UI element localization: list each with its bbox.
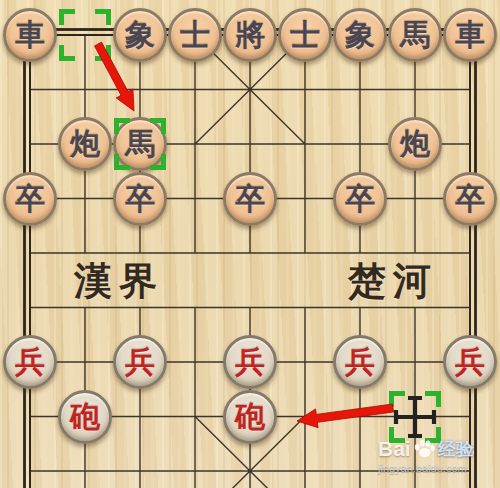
piece-glyph: 車 bbox=[455, 20, 485, 50]
piece-black-advisor-left[interactable]: 士 bbox=[168, 8, 222, 62]
xiangqi-board: 漢界 楚河 車象士將士象馬車炮馬炮卒卒卒卒卒兵兵兵兵兵砲砲 Bai 经验 bbox=[0, 0, 500, 488]
piece-black-soldier-4[interactable]: 卒 bbox=[333, 172, 387, 226]
piece-black-elephant-left[interactable]: 象 bbox=[113, 8, 167, 62]
piece-black-horse-left-moved[interactable]: 馬 bbox=[113, 117, 167, 171]
piece-glyph: 兵 bbox=[125, 347, 155, 377]
piece-red-cannon-left[interactable]: 砲 bbox=[58, 390, 112, 444]
piece-glyph: 馬 bbox=[400, 20, 430, 50]
piece-glyph: 卒 bbox=[15, 184, 45, 214]
piece-glyph: 卒 bbox=[125, 184, 155, 214]
piece-glyph: 車 bbox=[15, 20, 45, 50]
piece-glyph: 將 bbox=[235, 20, 265, 50]
piece-glyph: 炮 bbox=[400, 129, 430, 159]
piece-black-advisor-right[interactable]: 士 bbox=[278, 8, 332, 62]
piece-red-soldier-3[interactable]: 兵 bbox=[223, 335, 277, 389]
piece-glyph: 兵 bbox=[15, 347, 45, 377]
piece-glyph: 士 bbox=[290, 20, 320, 50]
piece-glyph: 卒 bbox=[235, 184, 265, 214]
piece-glyph: 砲 bbox=[70, 402, 100, 432]
piece-black-chariot-right[interactable]: 車 bbox=[443, 8, 497, 62]
piece-red-soldier-5[interactable]: 兵 bbox=[443, 335, 497, 389]
piece-glyph: 馬 bbox=[125, 129, 155, 159]
piece-red-soldier-1[interactable]: 兵 bbox=[3, 335, 57, 389]
piece-black-chariot-left[interactable]: 車 bbox=[3, 8, 57, 62]
piece-grid: 車象士將士象馬車炮馬炮卒卒卒卒卒兵兵兵兵兵砲砲 bbox=[3, 8, 498, 488]
piece-black-general[interactable]: 將 bbox=[223, 8, 277, 62]
piece-glyph: 象 bbox=[125, 20, 155, 50]
piece-black-soldier-2[interactable]: 卒 bbox=[113, 172, 167, 226]
piece-glyph: 象 bbox=[345, 20, 375, 50]
piece-glyph: 炮 bbox=[70, 129, 100, 159]
piece-glyph: 卒 bbox=[455, 184, 485, 214]
piece-glyph: 兵 bbox=[455, 347, 485, 377]
piece-glyph: 兵 bbox=[345, 347, 375, 377]
piece-glyph: 兵 bbox=[235, 347, 265, 377]
piece-red-cannon-moved[interactable]: 砲 bbox=[223, 390, 277, 444]
piece-glyph: 砲 bbox=[235, 402, 265, 432]
piece-black-horse-right[interactable]: 馬 bbox=[388, 8, 442, 62]
piece-glyph: 士 bbox=[180, 20, 210, 50]
piece-black-cannon-left[interactable]: 炮 bbox=[58, 117, 112, 171]
piece-red-soldier-2[interactable]: 兵 bbox=[113, 335, 167, 389]
piece-black-cannon-right[interactable]: 炮 bbox=[388, 117, 442, 171]
piece-black-soldier-1[interactable]: 卒 bbox=[3, 172, 57, 226]
piece-black-elephant-right[interactable]: 象 bbox=[333, 8, 387, 62]
piece-red-soldier-4[interactable]: 兵 bbox=[333, 335, 387, 389]
piece-glyph: 卒 bbox=[345, 184, 375, 214]
piece-black-soldier-5[interactable]: 卒 bbox=[443, 172, 497, 226]
piece-black-soldier-3[interactable]: 卒 bbox=[223, 172, 277, 226]
